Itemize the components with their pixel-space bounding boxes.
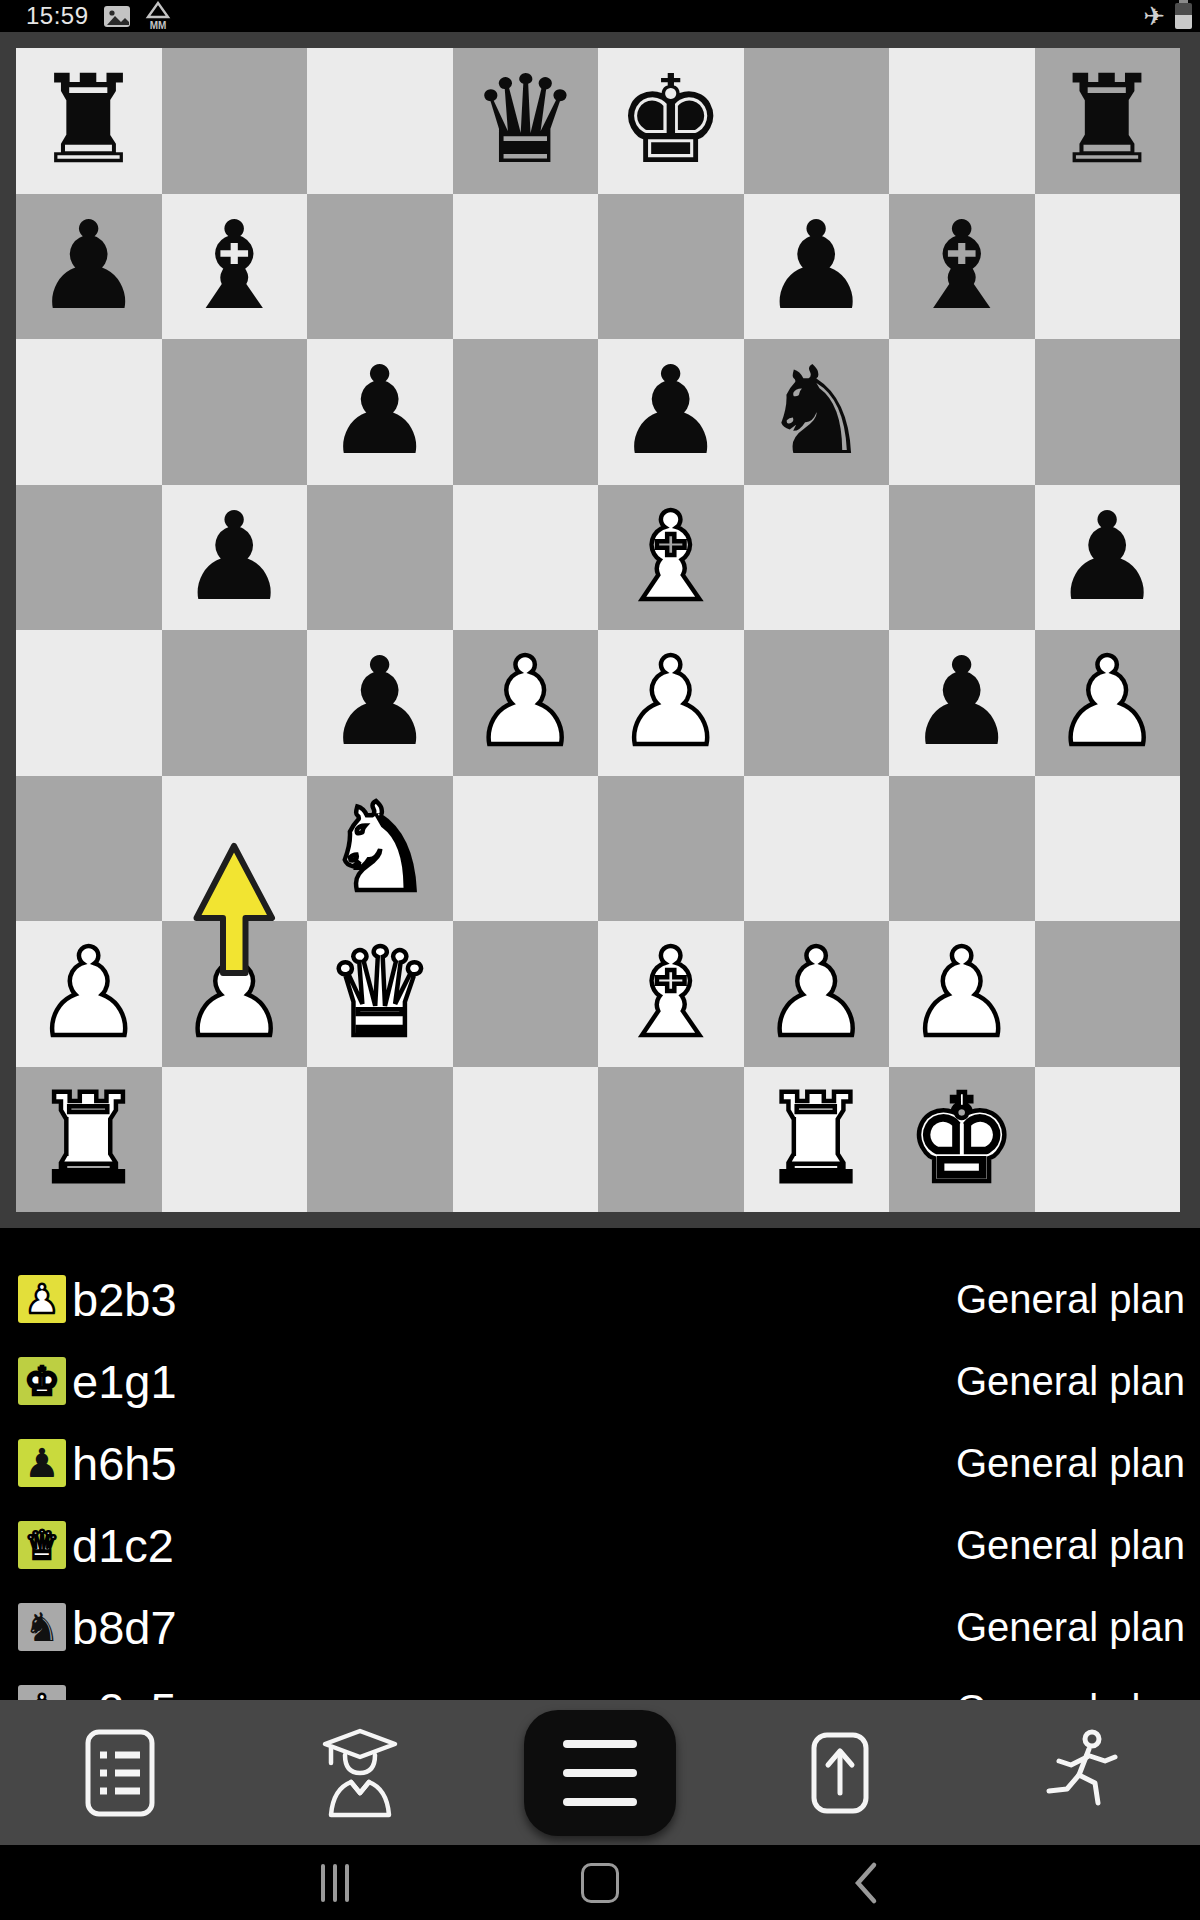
status-bar: 15:59 MM ✈	[0, 0, 1200, 32]
square-a3[interactable]	[16, 776, 162, 922]
white-pawn-icon: ♟	[18, 1275, 66, 1323]
piece-white-bishop: ♝	[616, 921, 725, 1066]
piece-black-pawn: ♟	[1053, 485, 1162, 630]
square-e3[interactable]	[598, 776, 744, 922]
recents-button[interactable]	[203, 1864, 468, 1902]
square-h1[interactable]	[1035, 1067, 1181, 1213]
plan-row-b2b3[interactable]: ♟b2b3General plan	[0, 1258, 1200, 1340]
move-label: d1c2	[72, 1518, 174, 1573]
square-g1[interactable]: ♚	[889, 1067, 1035, 1213]
home-icon	[581, 1863, 619, 1903]
square-e6[interactable]: ♟	[598, 339, 744, 485]
square-b1[interactable]	[162, 1067, 308, 1213]
piece-white-pawn: ♟	[34, 921, 143, 1066]
menu-selected-pill	[524, 1710, 676, 1836]
battery-icon	[1175, 3, 1192, 29]
square-f5[interactable]	[744, 485, 890, 631]
square-a7[interactable]: ♟	[16, 194, 162, 340]
piece-white-queen: ♛	[325, 921, 434, 1066]
square-b2[interactable]: ♟	[162, 921, 308, 1067]
square-a4[interactable]	[16, 630, 162, 776]
square-d3[interactable]	[453, 776, 599, 922]
plan-label: General plan	[956, 1359, 1185, 1404]
piece-black-pawn: ♟	[34, 194, 143, 339]
plan-label: General plan	[956, 1605, 1185, 1650]
white-queen-icon: ♛	[18, 1521, 66, 1569]
square-f3[interactable]	[744, 776, 890, 922]
square-g8[interactable]	[889, 48, 1035, 194]
square-f7[interactable]: ♟	[744, 194, 890, 340]
square-h6[interactable]	[1035, 339, 1181, 485]
white-king-icon: ♚	[18, 1357, 66, 1405]
square-c7[interactable]	[307, 194, 453, 340]
piece-white-pawn: ♟	[616, 630, 725, 775]
square-h8[interactable]: ♜	[1035, 48, 1181, 194]
plan-label: General plan	[956, 1687, 1185, 1701]
square-h3[interactable]	[1035, 776, 1181, 922]
white-pawn-icon: ♟	[18, 1685, 66, 1700]
square-f4[interactable]	[744, 630, 890, 776]
square-c2[interactable]: ♛	[307, 921, 453, 1067]
square-f2[interactable]: ♟	[744, 921, 890, 1067]
chess-board: ♜♛♚♜♟♝♟♝♟♟♞♟♝♟♟♟♟♟♟♞♟♟♛♝♟♟♜♜♚	[16, 48, 1180, 1212]
move-label: b2b3	[72, 1272, 177, 1327]
recents-icon	[321, 1864, 349, 1902]
plan-label: General plan	[956, 1277, 1185, 1322]
square-a2[interactable]: ♟	[16, 921, 162, 1067]
piece-white-bishop: ♝	[616, 485, 725, 630]
black-knight-icon: ♞	[18, 1603, 66, 1651]
square-a6[interactable]	[16, 339, 162, 485]
square-b3[interactable]	[162, 776, 308, 922]
upload-icon	[799, 1727, 881, 1819]
android-nav-bar	[0, 1845, 1200, 1920]
coach-button[interactable]	[240, 1700, 480, 1845]
piece-black-bishop: ♝	[907, 194, 1016, 339]
piece-black-king: ♚	[616, 48, 725, 193]
piece-white-pawn: ♟	[180, 921, 289, 1066]
square-b8[interactable]	[162, 48, 308, 194]
menu-button[interactable]	[480, 1700, 720, 1845]
move-label: e2e5	[72, 1682, 177, 1701]
piece-black-knight: ♞	[762, 339, 871, 484]
black-pawn-icon: ♟	[18, 1439, 66, 1487]
square-a8[interactable]: ♜	[16, 48, 162, 194]
square-h4[interactable]: ♟	[1035, 630, 1181, 776]
square-f8[interactable]	[744, 48, 890, 194]
plan-row-e1g1[interactable]: ♚e1g1General plan	[0, 1340, 1200, 1422]
svg-text:MM: MM	[149, 20, 166, 31]
square-g3[interactable]	[889, 776, 1035, 922]
piece-black-rook: ♜	[34, 48, 143, 193]
square-e5[interactable]: ♝	[598, 485, 744, 631]
airplane-mode-icon: ✈	[1143, 3, 1165, 29]
square-d1[interactable]	[453, 1067, 599, 1213]
practice-button[interactable]	[960, 1700, 1200, 1845]
piece-black-bishop: ♝	[180, 194, 289, 339]
piece-black-pawn: ♟	[325, 339, 434, 484]
square-d6[interactable]	[453, 339, 599, 485]
back-icon	[850, 1861, 880, 1905]
square-c4[interactable]: ♟	[307, 630, 453, 776]
home-button[interactable]	[468, 1863, 733, 1903]
square-d7[interactable]	[453, 194, 599, 340]
square-c5[interactable]	[307, 485, 453, 631]
menu-icon	[563, 1740, 637, 1748]
square-f6[interactable]: ♞	[744, 339, 890, 485]
square-e8[interactable]: ♚	[598, 48, 744, 194]
plan-row-d1c2[interactable]: ♛d1c2General plan	[0, 1504, 1200, 1586]
move-label: e1g1	[72, 1354, 177, 1409]
piece-white-pawn: ♟	[1053, 630, 1162, 775]
square-c1[interactable]	[307, 1067, 453, 1213]
square-g6[interactable]	[889, 339, 1035, 485]
coach-icon	[317, 1727, 403, 1819]
piece-white-pawn: ♟	[907, 921, 1016, 1066]
square-c3[interactable]: ♞	[307, 776, 453, 922]
square-h5[interactable]: ♟	[1035, 485, 1181, 631]
square-d5[interactable]	[453, 485, 599, 631]
square-g2[interactable]: ♟	[889, 921, 1035, 1067]
clock: 15:59	[26, 2, 89, 30]
square-e1[interactable]	[598, 1067, 744, 1213]
square-g7[interactable]: ♝	[889, 194, 1035, 340]
piece-white-pawn: ♟	[471, 630, 580, 775]
square-e4[interactable]: ♟	[598, 630, 744, 776]
move-label: b8d7	[72, 1600, 177, 1655]
piece-white-pawn: ♟	[762, 921, 871, 1066]
square-b7[interactable]: ♝	[162, 194, 308, 340]
square-b6[interactable]	[162, 339, 308, 485]
piece-black-rook: ♜	[1053, 48, 1162, 193]
square-f1[interactable]: ♜	[744, 1067, 890, 1213]
square-g4[interactable]: ♟	[889, 630, 1035, 776]
piece-white-knight: ♞	[325, 776, 434, 921]
piece-black-pawn: ♟	[325, 630, 434, 775]
plan-label: General plan	[956, 1441, 1185, 1486]
move-label: h6h5	[72, 1436, 177, 1491]
square-h7[interactable]	[1035, 194, 1181, 340]
moves-list-button[interactable]	[0, 1700, 240, 1845]
piece-black-pawn: ♟	[616, 339, 725, 484]
piece-white-rook: ♜	[762, 1067, 871, 1212]
square-d8[interactable]: ♛	[453, 48, 599, 194]
square-g5[interactable]	[889, 485, 1035, 631]
plan-list: ♟b2b3General plan♚e1g1General plan♟h6h5G…	[0, 1228, 1200, 1700]
plan-label: General plan	[956, 1523, 1185, 1568]
square-b5[interactable]: ♟	[162, 485, 308, 631]
square-d4[interactable]: ♟	[453, 630, 599, 776]
square-a5[interactable]	[16, 485, 162, 631]
piece-white-rook: ♜	[34, 1067, 143, 1212]
screenshot-icon	[103, 2, 131, 30]
runner-icon	[1035, 1727, 1125, 1819]
square-c8[interactable]	[307, 48, 453, 194]
piece-black-pawn: ♟	[762, 194, 871, 339]
square-c6[interactable]: ♟	[307, 339, 453, 485]
piece-black-pawn: ♟	[907, 630, 1016, 775]
bottom-toolbar	[0, 1700, 1200, 1845]
square-e2[interactable]: ♝	[598, 921, 744, 1067]
piece-black-queen: ♛	[471, 48, 580, 193]
square-d2[interactable]	[453, 921, 599, 1067]
plan-row-h6h5[interactable]: ♟h6h5General plan	[0, 1422, 1200, 1504]
list-icon	[79, 1727, 161, 1819]
share-button[interactable]	[720, 1700, 960, 1845]
back-button[interactable]	[733, 1861, 998, 1905]
square-a1[interactable]: ♜	[16, 1067, 162, 1213]
square-e7[interactable]	[598, 194, 744, 340]
piece-white-king: ♚	[907, 1067, 1016, 1212]
square-h2[interactable]	[1035, 921, 1181, 1067]
plan-row-e2e5[interactable]: ♟e2e5General plan	[0, 1668, 1200, 1700]
plan-row-b8d7[interactable]: ♞b8d7General plan	[0, 1586, 1200, 1668]
square-b4[interactable]	[162, 630, 308, 776]
mm-indicator-icon: MM	[145, 1, 171, 31]
board-frame: ♜♛♚♜♟♝♟♝♟♟♞♟♝♟♟♟♟♟♟♞♟♟♛♝♟♟♜♜♚	[0, 32, 1200, 1228]
piece-black-pawn: ♟	[180, 485, 289, 630]
